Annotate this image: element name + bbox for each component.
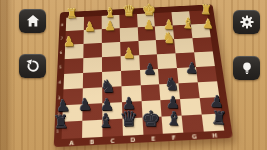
file-label-a: A: [69, 139, 74, 146]
piece-dark-rook-h1[interactable]: ♜: [210, 109, 227, 128]
piece-gold-pawn-a6[interactable]: ♟: [63, 35, 76, 49]
piece-gold-pawn-h7[interactable]: ♟: [202, 17, 214, 30]
settings-button[interactable]: [233, 10, 260, 34]
piece-dark-king-e1[interactable]: ♚: [142, 108, 161, 129]
square-c6[interactable]: [102, 42, 121, 57]
square-d7[interactable]: [119, 27, 138, 42]
square-f5[interactable]: [157, 53, 177, 69]
piece-gold-rook-a8[interactable]: ♜: [66, 8, 78, 21]
square-e6[interactable]: [138, 40, 157, 55]
square-d4[interactable]: [121, 70, 141, 86]
piece-dark-knight-f3[interactable]: ♞: [164, 76, 180, 93]
square-e3[interactable]: [140, 84, 160, 101]
file-label-d: D: [130, 136, 135, 143]
square-h6[interactable]: [193, 37, 213, 52]
square-b6[interactable]: [83, 43, 102, 58]
piece-dark-bishop-c1[interactable]: ♝: [98, 112, 115, 131]
chess-board: ABCDEFGH 12345678: [53, 0, 225, 145]
piece-gold-pawn-c7[interactable]: ♟: [104, 20, 116, 33]
piece-dark-knight-c3[interactable]: ♞: [100, 78, 116, 95]
piece-gold-bishop-g7[interactable]: ♝: [182, 17, 195, 31]
square-b4[interactable]: [83, 72, 102, 88]
piece-dark-queen-d1[interactable]: ♛: [119, 109, 138, 130]
piece-dark-pawn-b2[interactable]: ♟: [77, 97, 92, 114]
chess-app-screen: ABCDEFGH 12345678 ♜♝♛♚♜♟♟♟♟♝♟♟♞♟♟♟♞♞♟♟♟♟…: [0, 0, 267, 150]
square-g1[interactable]: [182, 115, 204, 133]
piece-dark-rook-a1[interactable]: ♜: [53, 114, 70, 133]
square-g2[interactable]: [180, 98, 202, 115]
home-icon: [26, 14, 40, 28]
piece-dark-bishop-f1[interactable]: ♝: [165, 110, 182, 129]
home-button[interactable]: [19, 9, 46, 33]
file-label-f: F: [171, 134, 176, 141]
square-b5[interactable]: [83, 57, 102, 73]
settings-gear-icon: [240, 15, 254, 29]
file-label-e: E: [151, 135, 155, 142]
file-label-g: G: [191, 133, 197, 140]
undo-button[interactable]: [19, 54, 46, 78]
square-a4[interactable]: [64, 73, 83, 89]
undo-icon: [26, 59, 40, 73]
piece-gold-queen-d8[interactable]: ♛: [123, 4, 136, 19]
square-g6[interactable]: [174, 38, 194, 53]
file-label-c: C: [110, 137, 114, 144]
file-label-h: H: [212, 131, 218, 138]
piece-dark-pawn-g4[interactable]: ♟: [185, 60, 199, 75]
piece-gold-knight-f6[interactable]: ♞: [163, 30, 177, 45]
square-h4[interactable]: [196, 66, 217, 82]
piece-gold-pawn-e7[interactable]: ♟: [143, 19, 154, 32]
hint-button[interactable]: [233, 56, 260, 80]
rank-label-5: 5: [59, 64, 62, 69]
square-a5[interactable]: [64, 58, 83, 74]
hint-lightbulb-icon: [240, 61, 254, 75]
rank-label-6: 6: [60, 50, 63, 55]
piece-gold-pawn-d5[interactable]: ♟: [123, 47, 135, 61]
square-c5[interactable]: [102, 56, 121, 72]
rank-label-4: 4: [58, 79, 61, 84]
piece-gold-pawn-b7[interactable]: ♟: [84, 21, 96, 34]
rank-label-8: 8: [61, 22, 64, 26]
piece-dark-pawn-e4[interactable]: ♟: [143, 62, 156, 77]
file-label-b: B: [90, 138, 95, 145]
square-g3[interactable]: [179, 82, 200, 99]
